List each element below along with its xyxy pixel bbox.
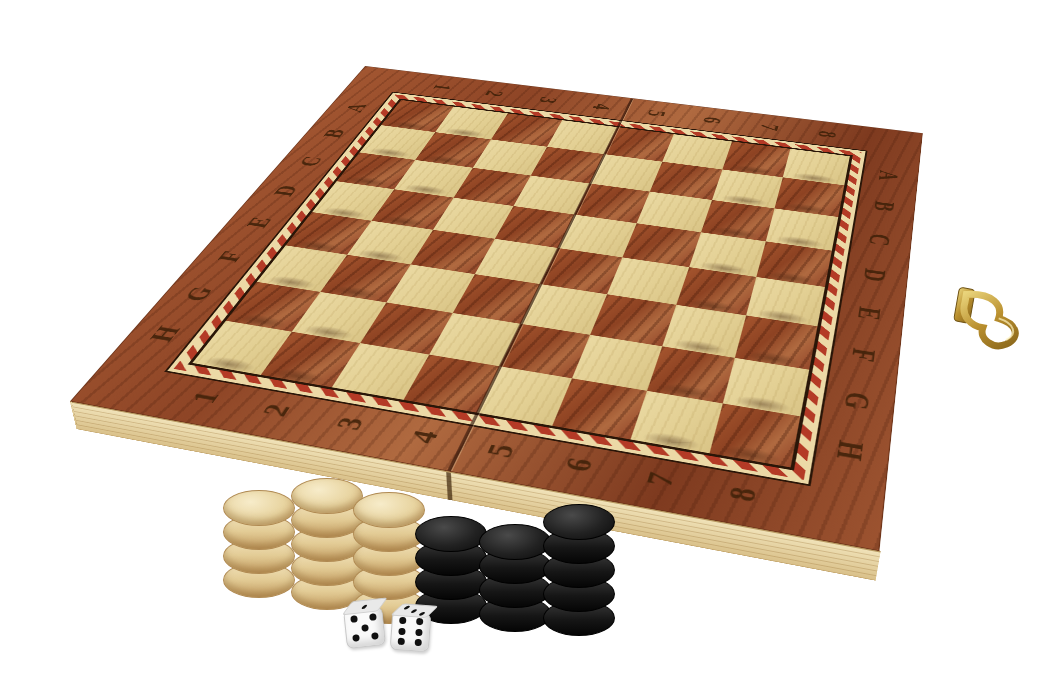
die-pip (361, 624, 369, 632)
coord-label: 3 (533, 96, 564, 105)
black-checker-disc (479, 524, 551, 560)
front-edge-seam (446, 472, 452, 501)
die-pip (417, 612, 425, 616)
die-pip (414, 639, 421, 646)
coord-label: 2 (254, 401, 298, 419)
product-photo-scene: 1122334455667788AABBCCDDEEFFGGHH ♜♞♝♚♛♝♞… (0, 0, 1057, 678)
light-checkers-stack-2 (291, 478, 361, 608)
coord-label: 5 (641, 109, 672, 118)
coord-label: 4 (587, 102, 618, 111)
coord-label: 4 (401, 428, 446, 446)
black-checkers-stack-2 (479, 524, 549, 630)
coord-label: D (856, 267, 893, 284)
die-2-showing-6 (390, 611, 432, 653)
coord-label: 6 (556, 455, 601, 474)
die-1-showing-5 (343, 606, 386, 649)
coord-label: H (828, 438, 873, 464)
coord-label: A (872, 169, 905, 183)
die-pip (350, 615, 358, 623)
die-pip (352, 634, 360, 642)
die-pip (399, 617, 406, 624)
coord-label: C (862, 232, 898, 248)
die-pip (361, 604, 368, 609)
die-pip (411, 609, 419, 613)
coord-label: 8 (719, 484, 765, 504)
coord-label: 7 (636, 469, 682, 489)
coord-label: F (844, 346, 884, 364)
die-pip (369, 613, 377, 621)
coord-label: G (836, 389, 879, 412)
coord-label: 3 (327, 414, 372, 432)
die-pip (398, 638, 405, 645)
coord-label: E (850, 305, 889, 323)
black-rook-icon: ♜ (716, 386, 784, 462)
black-pawn-icon: ♟ (642, 385, 699, 448)
light-checker-disc (223, 490, 295, 526)
light-checkers-stack-1 (223, 490, 293, 596)
coord-label: 1 (183, 389, 227, 406)
brass-clasp-icon (942, 278, 1049, 366)
coord-label: B (867, 200, 901, 214)
die-pip (399, 627, 406, 634)
black-checkers-stack-3 (543, 504, 613, 634)
die-pip (416, 618, 423, 625)
white-rook-icon: ♜ (198, 301, 261, 371)
coord-label: 5 (478, 441, 523, 460)
coord-label: 6 (697, 116, 728, 125)
die-pip (404, 605, 412, 609)
black-checker-disc (415, 516, 487, 552)
die-pip (371, 632, 379, 640)
coord-label: H (142, 324, 188, 344)
white-pawn-icon: ♟ (272, 324, 325, 383)
chess-board: 1122334455667788AABBCCDDEEFFGGHH ♜♞♝♚♛♝♞… (72, 66, 922, 550)
die-pip (415, 628, 422, 635)
black-checker-disc (543, 504, 615, 540)
